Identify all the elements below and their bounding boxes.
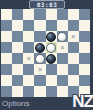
- board-cell[interactable]: ×: [57, 42, 68, 53]
- board-cell[interactable]: [46, 31, 57, 42]
- black-disc: [46, 32, 56, 42]
- board-cell[interactable]: [34, 75, 45, 86]
- board-cell[interactable]: [1, 64, 12, 75]
- board-cell[interactable]: [79, 9, 90, 20]
- board-cell[interactable]: [79, 20, 90, 31]
- board-cell[interactable]: [12, 53, 23, 64]
- board-cell[interactable]: [57, 75, 68, 86]
- legal-move-hint[interactable]: ×: [27, 55, 31, 62]
- board-cell[interactable]: [68, 75, 79, 86]
- board-cell[interactable]: [68, 9, 79, 20]
- board-cell[interactable]: [46, 86, 57, 97]
- board-frame: ××××: [0, 9, 93, 97]
- board: ××××: [1, 9, 90, 97]
- black-disc: [35, 43, 45, 53]
- top-status-bar: 03:03: [0, 0, 93, 9]
- board-cell[interactable]: [12, 64, 23, 75]
- board-cell[interactable]: [46, 53, 57, 64]
- board-cell[interactable]: [68, 42, 79, 53]
- timer-text: 03:03: [37, 1, 58, 8]
- board-cell[interactable]: [23, 86, 34, 97]
- board-cell[interactable]: [46, 64, 57, 75]
- board-cell[interactable]: [34, 42, 45, 53]
- board-cell[interactable]: [12, 86, 23, 97]
- board-cell[interactable]: [23, 42, 34, 53]
- board-cell[interactable]: [46, 42, 57, 53]
- board-cell[interactable]: [23, 20, 34, 31]
- board-cell[interactable]: [12, 75, 23, 86]
- board-cell[interactable]: [79, 53, 90, 64]
- board-cell[interactable]: [1, 31, 12, 42]
- board-cell[interactable]: [34, 53, 45, 64]
- board-cell[interactable]: [12, 31, 23, 42]
- board-cell[interactable]: [57, 53, 68, 64]
- board-cell[interactable]: [79, 64, 90, 75]
- board-cell[interactable]: [34, 86, 45, 97]
- board-cell[interactable]: ×: [34, 64, 45, 75]
- board-cell[interactable]: [57, 86, 68, 97]
- board-cell[interactable]: [79, 31, 90, 42]
- board-cell[interactable]: ×: [23, 53, 34, 64]
- white-disc: [57, 32, 67, 42]
- board-cell[interactable]: [1, 86, 12, 97]
- board-cell[interactable]: [79, 42, 90, 53]
- board-cell[interactable]: [23, 64, 34, 75]
- board-cell[interactable]: [46, 75, 57, 86]
- black-disc: [46, 54, 56, 64]
- options-softkey[interactable]: Options: [2, 99, 30, 109]
- legal-move-hint[interactable]: ×: [38, 66, 42, 73]
- board-cell[interactable]: [68, 53, 79, 64]
- legal-move-hint[interactable]: ×: [71, 33, 75, 40]
- legal-move-hint[interactable]: ×: [60, 44, 64, 51]
- board-cell[interactable]: [1, 53, 12, 64]
- board-cell[interactable]: [1, 20, 12, 31]
- game-timer: 03:03: [29, 0, 65, 9]
- board-cell[interactable]: [23, 75, 34, 86]
- board-cell[interactable]: [57, 9, 68, 20]
- board-cell[interactable]: [1, 75, 12, 86]
- board-cell[interactable]: [12, 9, 23, 20]
- watermark-logo: NZ: [72, 92, 93, 110]
- board-cell[interactable]: [68, 64, 79, 75]
- board-cell[interactable]: [57, 20, 68, 31]
- white-disc: [46, 43, 56, 53]
- board-cell[interactable]: [1, 9, 12, 20]
- board-cell[interactable]: [57, 64, 68, 75]
- board-cell[interactable]: [79, 75, 90, 86]
- board-cell[interactable]: ×: [68, 31, 79, 42]
- board-cell[interactable]: [12, 20, 23, 31]
- board-cell[interactable]: [1, 42, 12, 53]
- board-cell[interactable]: [34, 20, 45, 31]
- board-cell[interactable]: [68, 20, 79, 31]
- white-disc: [35, 54, 45, 64]
- phone-screen: 03:03 ×××× Options NZ: [0, 0, 93, 110]
- board-cell[interactable]: [46, 20, 57, 31]
- board-cell[interactable]: [34, 31, 45, 42]
- board-cell[interactable]: [46, 9, 57, 20]
- board-cell[interactable]: [23, 31, 34, 42]
- board-cell[interactable]: [23, 9, 34, 20]
- board-cell[interactable]: [57, 31, 68, 42]
- board-cell[interactable]: [12, 42, 23, 53]
- board-cell[interactable]: [34, 9, 45, 20]
